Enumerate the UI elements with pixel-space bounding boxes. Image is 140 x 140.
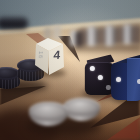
- metal-checker-left: [29, 102, 68, 121]
- metal-checker-right: [63, 98, 100, 116]
- blurred-foreground-checkers: [0, 0, 140, 140]
- backgammon-photo-scene: 16 4: [0, 0, 140, 140]
